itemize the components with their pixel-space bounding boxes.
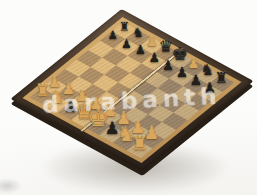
photo-corner-smudge bbox=[0, 178, 22, 194]
black-pawn: ♟ bbox=[148, 52, 160, 65]
white-rook: ♜ bbox=[131, 133, 148, 152]
board-photo: ♜♞♟♛♚♟♞♜♟♟♟♟♟♟♟♟♟♟♟♟♟♟♟♟♜♞♟♛♚♟♞♜ daraban… bbox=[0, 0, 257, 195]
black-pawn: ♟ bbox=[203, 80, 216, 95]
black-rook: ♜ bbox=[119, 20, 130, 32]
white-knight: ♞ bbox=[49, 90, 64, 107]
black-pawn: ♟ bbox=[176, 66, 188, 80]
black-pawn: ♟ bbox=[162, 59, 174, 72]
white-rook: ♜ bbox=[36, 83, 50, 99]
black-pawn: ♟ bbox=[135, 44, 146, 57]
black-pawn: ♟ bbox=[107, 30, 117, 42]
white-pawn: ♟ bbox=[188, 57, 200, 70]
white-pawn: ♟ bbox=[147, 35, 158, 47]
black-knight: ♞ bbox=[201, 63, 215, 78]
black-pawn: ♟ bbox=[189, 73, 202, 87]
black-rook: ♜ bbox=[214, 71, 228, 86]
black-pawn: ♟ bbox=[121, 37, 132, 49]
black-knight: ♞ bbox=[132, 27, 144, 40]
